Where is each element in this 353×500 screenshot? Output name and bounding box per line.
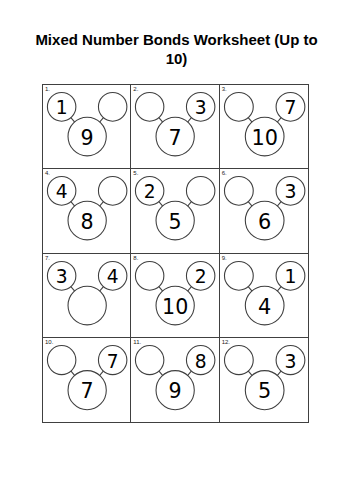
whole-value: 9 [169,379,182,403]
left-part-circle [224,261,253,290]
bond-cell-4: 4. 4 8 [43,169,131,253]
bond-cell-7: 7. 3 4 [43,254,131,338]
whole-value: 8 [81,210,94,234]
bond-cell-10: 10. 7 7 [43,338,131,422]
bond-cell-12: 12. 3 5 [220,338,308,422]
left-part-circle [224,345,253,374]
bond-cell-8: 8. 2 10 [131,254,219,338]
whole-value: 5 [169,210,182,234]
whole-value: 6 [258,210,271,234]
whole-value: 5 [258,379,271,403]
left-part-circle [136,345,164,374]
bond-cell-9: 9. 1 4 [220,254,308,338]
cell-number-label: 11. [133,339,141,346]
right-part-value: 4 [107,266,119,287]
right-part-circle [98,92,126,121]
number-bond-grid: 1. 1 9 2. 3 7 [42,84,309,423]
page-title-line1: Mixed Number Bonds Worksheet (Up to [0,30,353,49]
left-part-circle [224,177,253,206]
number-bond-diagram: 3 5 [220,338,308,422]
bond-cell-5: 5. 2 5 [131,169,219,253]
whole-value: 7 [169,125,182,149]
bond-cell-6: 6. 3 6 [220,169,308,253]
cell-number-label: 8. [133,255,138,262]
bond-cell-1: 1. 1 9 [43,85,131,169]
left-part-circle [47,345,75,374]
left-part-circle [224,92,253,121]
whole-value: 9 [81,125,94,149]
number-bond-diagram: 7 7 [43,338,130,422]
left-part-value: 1 [56,97,68,118]
bond-cell-2: 2. 3 7 [131,85,219,169]
bond-cell-3: 3. 7 10 [220,85,308,169]
cell-number-label: 2. [133,86,138,93]
left-part-value: 4 [56,181,68,202]
number-bond-diagram: 8 9 [131,338,218,422]
whole-value: 7 [81,379,94,403]
whole-value: 4 [258,294,271,318]
number-bond-diagram: 3 6 [220,169,308,252]
number-bond-diagram: 3 7 [131,85,218,168]
cell-number-label: 9. [222,255,227,262]
number-bond-diagram: 7 10 [220,85,308,168]
whole-value: 10 [251,126,278,150]
cell-number-label: 7. [45,255,50,262]
cell-number-label: 3. [222,86,227,93]
right-part-circle [98,177,126,206]
number-bond-diagram: 2 5 [131,169,218,252]
right-part-value: 1 [284,266,296,287]
whole-value: 10 [162,294,188,318]
number-bond-diagram: 1 9 [43,85,130,168]
right-part-value: 3 [195,97,207,118]
cell-number-label: 5. [133,170,138,177]
cell-number-label: 12. [222,339,230,346]
cell-number-label: 10. [45,339,53,346]
page-title-line2: 10) [0,49,353,68]
right-part-value: 2 [195,266,207,287]
number-bond-diagram: 3 4 [43,254,130,337]
right-part-value: 3 [284,350,296,372]
left-part-value: 3 [56,266,68,287]
left-part-circle [136,261,164,290]
cell-number-label: 4. [45,170,50,177]
page-title: Mixed Number Bonds Worksheet (Up to 10) [0,30,353,68]
left-part-circle [136,92,164,121]
number-bond-diagram: 1 4 [220,254,308,337]
right-part-value: 7 [107,350,119,371]
worksheet-page: Mixed Number Bonds Worksheet (Up to 10) … [0,0,353,500]
number-bond-diagram: 2 10 [131,254,218,337]
right-part-circle [187,177,215,206]
cell-number-label: 6. [222,170,227,177]
right-part-value: 8 [195,350,207,371]
left-part-value: 2 [144,181,156,202]
number-bond-diagram: 4 8 [43,169,130,252]
right-part-value: 3 [284,182,296,203]
right-part-value: 7 [284,97,296,118]
cell-number-label: 1. [45,86,50,93]
whole-circle [68,286,106,325]
bond-cell-11: 11. 8 9 [131,338,219,422]
